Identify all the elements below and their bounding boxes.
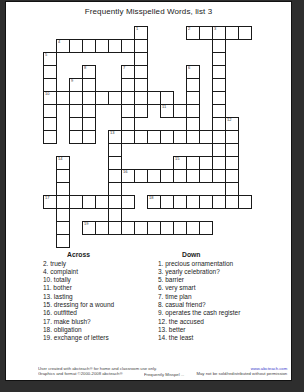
clue-number: 19	[84, 222, 88, 226]
grid-cell[interactable]	[199, 130, 213, 144]
grid-cell[interactable]	[225, 130, 239, 144]
grid-cell[interactable]	[82, 104, 96, 118]
grid-cell[interactable]	[95, 39, 109, 53]
grid-cell[interactable]: 16	[121, 169, 135, 183]
grid-cell[interactable]	[121, 117, 135, 131]
footer-right-text: www.abcteach.com May not be sold/redistr…	[196, 366, 287, 377]
grid-cell[interactable]: 1	[134, 26, 148, 40]
grid-cell[interactable]: 2	[186, 26, 200, 40]
grid-cell[interactable]	[108, 156, 122, 170]
down-clue-item: 13. better	[158, 326, 288, 334]
grid-cell[interactable]: 5	[43, 52, 57, 66]
grid-cell[interactable]: 10	[43, 91, 57, 105]
grid-cell[interactable]	[238, 195, 252, 209]
grid-cell[interactable]	[225, 169, 239, 183]
across-clue-item: 10. totally	[43, 276, 155, 284]
grid-cell[interactable]	[56, 221, 70, 235]
clue-number: 13	[110, 131, 114, 135]
clue-number: 18	[149, 196, 153, 200]
grid-cell[interactable]: 4	[56, 39, 70, 53]
across-clue-item: 11. bother	[43, 284, 155, 292]
grid-cell[interactable]	[43, 65, 57, 79]
grid-cell[interactable]	[199, 221, 213, 235]
clue-number: 7	[123, 66, 125, 70]
across-clue-item: 4. complaint	[43, 268, 155, 276]
down-clues-section: Down 1. precious ornamentation3. yearly …	[158, 251, 288, 342]
grid-cell[interactable]	[69, 130, 83, 144]
grid-cell[interactable]	[82, 117, 96, 131]
grid-cell[interactable]	[56, 208, 70, 222]
down-header: Down	[182, 251, 288, 258]
grid-cell[interactable]	[108, 182, 122, 196]
grid-cell[interactable]	[82, 195, 96, 209]
grid-cell[interactable]	[69, 104, 83, 118]
grid-cell[interactable]: 3	[212, 26, 226, 40]
grid-cell[interactable]	[69, 91, 83, 105]
grid-cell[interactable]	[160, 169, 174, 183]
grid-cell[interactable]	[160, 195, 174, 209]
grid-cell[interactable]	[134, 169, 148, 183]
grid-cell[interactable]	[147, 91, 161, 105]
grid-cell[interactable]	[121, 130, 135, 144]
grid-cell[interactable]	[134, 104, 148, 118]
down-clue-item: 14. the least	[158, 334, 288, 342]
clue-number: 3	[214, 27, 216, 31]
across-clue-item: 18. obligation	[43, 326, 155, 334]
grid-cell[interactable]	[108, 208, 122, 222]
grid-cell[interactable]	[121, 221, 135, 235]
clue-number: 11	[162, 105, 166, 109]
grid-cell[interactable]: 18	[147, 195, 161, 209]
grid-cell[interactable]	[186, 78, 200, 92]
grid-cell[interactable]	[186, 169, 200, 183]
grid-cell[interactable]	[186, 104, 200, 118]
footer-permission-line: May not be sold/redistributed without pe…	[196, 371, 287, 376]
grid-cell[interactable]	[43, 104, 57, 118]
grid-cell[interactable]	[225, 26, 239, 40]
across-clue-list: 2. truely4. complaint10. totally11. both…	[43, 260, 155, 343]
grid-cell[interactable]: 6	[186, 65, 200, 79]
clue-number: 6	[188, 66, 190, 70]
grid-cell[interactable]	[173, 104, 187, 118]
worksheet-page: Frequently Misspelled Words, list 3 1234…	[5, 1, 292, 381]
grid-cell[interactable]: 17	[43, 195, 57, 209]
grid-cell[interactable]: 13	[108, 130, 122, 144]
grid-cell[interactable]	[108, 195, 122, 209]
grid-cell[interactable]: 12	[225, 117, 239, 131]
across-clues-section: Across 2. truely4. complaint10. totally1…	[43, 251, 155, 342]
grid-cell[interactable]	[225, 156, 239, 170]
grid-cell[interactable]	[186, 117, 200, 131]
clue-number: 15	[175, 157, 179, 161]
grid-cell[interactable]	[69, 117, 83, 131]
grid-cell[interactable]	[173, 130, 187, 144]
grid-cell[interactable]	[173, 169, 187, 183]
grid-cell[interactable]	[134, 91, 148, 105]
across-clue-item: 16. outfitted	[43, 309, 155, 317]
clue-number: 17	[45, 196, 49, 200]
grid-cell[interactable]	[134, 130, 148, 144]
across-clue-item: 19. exchange of letters	[43, 334, 155, 342]
down-clue-item: 1. precious ornamentation	[158, 260, 288, 268]
grid-cell[interactable]	[95, 195, 109, 209]
grid-cell[interactable]	[186, 130, 200, 144]
clue-number: 5	[45, 53, 47, 57]
clue-number: 2	[188, 27, 190, 31]
grid-cell[interactable]	[82, 130, 96, 144]
clue-number: 10	[45, 92, 49, 96]
grid-cell[interactable]	[69, 195, 83, 209]
grid-cell[interactable]	[82, 78, 96, 92]
across-clue-item: 15. dressing for a wound	[43, 301, 155, 309]
grid-cell[interactable]	[199, 156, 213, 170]
grid-cell[interactable]	[186, 221, 200, 235]
grid-cell[interactable]: 8	[82, 65, 96, 79]
grid-cell[interactable]	[121, 104, 135, 118]
grid-cell[interactable]	[160, 221, 174, 235]
grid-cell[interactable]	[199, 195, 213, 209]
across-clue-item: 13. lasting	[43, 293, 155, 301]
grid-cell[interactable]	[56, 91, 70, 105]
down-clue-item: 9. operates the cash register	[158, 309, 288, 317]
clue-number: 4	[58, 40, 60, 44]
footer: User created with abcteach® for home and…	[6, 364, 291, 382]
grid-cell[interactable]	[134, 39, 148, 53]
grid-cell[interactable]	[212, 65, 226, 79]
grid-cell[interactable]	[108, 91, 122, 105]
grid-cell[interactable]	[108, 221, 122, 235]
grid-cell[interactable]	[173, 221, 187, 235]
grid-cell[interactable]	[121, 91, 135, 105]
grid-cell[interactable]	[134, 78, 148, 92]
grid-cell[interactable]: 9	[69, 78, 83, 92]
down-clue-item: 7. time plan	[158, 293, 288, 301]
grid-cell[interactable]	[147, 169, 161, 183]
grid-cell[interactable]	[199, 26, 213, 40]
grid-cell[interactable]	[212, 195, 226, 209]
grid-cell[interactable]	[121, 39, 135, 53]
clue-number: 12	[227, 118, 231, 122]
screenshot-root: { "game": "crossword", "title": "Frequen…	[0, 0, 304, 392]
grid-cell[interactable]	[160, 130, 174, 144]
grid-cell[interactable]	[82, 91, 96, 105]
grid-cell[interactable]	[56, 195, 70, 209]
footer-copyright-line: Graphics and format ©2000-2008 abcteach®	[38, 371, 157, 376]
grid-cell[interactable]	[134, 52, 148, 66]
grid-cell[interactable]	[212, 130, 226, 144]
clue-number: 16	[123, 170, 127, 174]
grid-cell[interactable]	[225, 195, 239, 209]
grid-cell[interactable]	[225, 182, 239, 196]
grid-cell[interactable]: 19	[82, 221, 96, 235]
grid-cell[interactable]	[212, 104, 226, 118]
grid-cell[interactable]	[212, 78, 226, 92]
clue-number: 8	[84, 66, 86, 70]
across-clue-item: 17. make blush?	[43, 318, 155, 326]
grid-cell[interactable]	[147, 130, 161, 144]
grid-cell[interactable]	[238, 26, 252, 40]
grid-cell[interactable]	[95, 91, 109, 105]
grid-cell[interactable]	[212, 143, 226, 157]
grid-cell[interactable]	[186, 195, 200, 209]
across-header: Across	[67, 251, 155, 258]
grid-cell[interactable]	[212, 169, 226, 183]
grid-cell[interactable]	[69, 39, 83, 53]
grid-cell[interactable]	[212, 117, 226, 131]
grid-cell[interactable]	[134, 65, 148, 79]
grid-cell[interactable]	[82, 39, 96, 53]
grid-cell[interactable]	[160, 91, 174, 105]
footer-document-name: Frequently Misspel ...	[144, 372, 184, 377]
clue-number: 9	[71, 79, 73, 83]
clue-number: 14	[58, 157, 62, 161]
grid-cell[interactable]	[108, 39, 122, 53]
down-clue-item: 5. barrier	[158, 276, 288, 284]
grid-cell[interactable]	[56, 182, 70, 196]
down-clue-list: 1. precious ornamentation3. yearly celeb…	[158, 260, 288, 343]
grid-cell[interactable]	[212, 91, 226, 105]
grid-cell[interactable]	[43, 130, 57, 144]
crossword-grid: 12345876910111213141516171819	[43, 26, 252, 248]
grid-cell[interactable]	[121, 78, 135, 92]
grid-cell[interactable]	[56, 234, 70, 248]
grid-cell[interactable]	[212, 39, 226, 53]
grid-cell[interactable]: 7	[121, 65, 135, 79]
grid-cell[interactable]: 11	[160, 104, 174, 118]
down-clue-item: 6. very smart	[158, 284, 288, 292]
grid-cell[interactable]: 15	[173, 156, 187, 170]
grid-cell[interactable]	[212, 52, 226, 66]
grid-cell[interactable]	[186, 91, 200, 105]
grid-cell[interactable]	[212, 156, 226, 170]
down-clue-item: 12. the accused	[158, 318, 288, 326]
grid-cell[interactable]	[43, 117, 57, 131]
grid-cell[interactable]	[147, 221, 161, 235]
grid-cell[interactable]	[225, 143, 239, 157]
across-clue-item: 2. truely	[43, 260, 155, 268]
grid-cell[interactable]: 14	[56, 156, 70, 170]
grid-cell[interactable]	[199, 169, 213, 183]
grid-cell[interactable]	[173, 195, 187, 209]
grid-cell[interactable]	[134, 221, 148, 235]
grid-cell[interactable]	[56, 169, 70, 183]
down-clue-item: 8. casual friend?	[158, 301, 288, 309]
grid-cell[interactable]	[121, 195, 135, 209]
grid-cell[interactable]	[95, 221, 109, 235]
footer-usage-text: User created with abcteach® for home and…	[38, 366, 157, 377]
grid-cell[interactable]	[43, 78, 57, 92]
grid-cell[interactable]	[108, 169, 122, 183]
page-title: Frequently Misspelled Words, list 3	[6, 7, 291, 16]
clue-number: 1	[136, 27, 138, 31]
grid-cell[interactable]	[186, 156, 200, 170]
grid-cell[interactable]	[108, 143, 122, 157]
down-clue-item: 3. yearly celebration?	[158, 268, 288, 276]
